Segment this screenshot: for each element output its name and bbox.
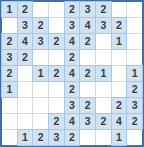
cell-r2c9[interactable] — [127, 18, 142, 33]
cell-r2c3[interactable]: 2 — [33, 18, 48, 33]
cell-r7c7[interactable] — [96, 98, 111, 113]
cell-r8c3[interactable] — [33, 114, 48, 129]
cell-r4c4[interactable] — [49, 50, 64, 65]
cell-r3c1[interactable]: 2 — [2, 34, 17, 49]
cell-r9c1[interactable] — [2, 130, 17, 145]
cell-r9c8[interactable]: 1 — [112, 130, 127, 145]
cell-r3c5[interactable]: 4 — [65, 34, 80, 49]
cell-r5c5[interactable]: 4 — [65, 66, 80, 81]
cell-r5c9[interactable]: 1 — [127, 66, 142, 81]
cell-r6c7[interactable] — [96, 82, 111, 97]
cell-r7c2[interactable] — [18, 98, 33, 113]
cell-r3c6[interactable]: 2 — [80, 34, 95, 49]
cell-r5c8[interactable] — [112, 66, 127, 81]
cell-r1c1[interactable]: 1 — [2, 2, 17, 17]
cell-r8c2[interactable] — [18, 114, 33, 129]
cell-r3c4[interactable]: 2 — [49, 34, 64, 49]
cell-r2c7[interactable]: 3 — [96, 18, 111, 33]
cell-r8c9[interactable]: 2 — [127, 114, 142, 129]
cell-r4c2[interactable]: 2 — [18, 50, 33, 65]
cell-r4c9[interactable] — [127, 50, 142, 65]
cell-r4c7[interactable] — [96, 50, 111, 65]
cell-r4c6[interactable] — [80, 50, 95, 65]
cell-r3c2[interactable]: 4 — [18, 34, 33, 49]
cell-r8c6[interactable]: 3 — [80, 114, 95, 129]
cell-r7c1[interactable] — [2, 98, 17, 113]
cell-r4c3[interactable] — [33, 50, 48, 65]
cell-r9c7[interactable] — [96, 130, 111, 145]
cell-r2c8[interactable]: 2 — [112, 18, 127, 33]
cell-r6c4[interactable] — [49, 82, 64, 97]
cell-r1c7[interactable]: 2 — [96, 2, 111, 17]
cell-r9c2[interactable]: 1 — [18, 130, 33, 145]
cell-r7c9[interactable]: 3 — [127, 98, 142, 113]
cell-r5c2[interactable] — [18, 66, 33, 81]
cell-r1c3[interactable] — [33, 2, 48, 17]
cell-r9c4[interactable]: 3 — [49, 130, 64, 145]
cell-r1c9[interactable] — [127, 2, 142, 17]
cell-r2c2[interactable]: 3 — [18, 18, 33, 33]
cell-r1c2[interactable]: 2 — [18, 2, 33, 17]
cell-r4c8[interactable] — [112, 50, 127, 65]
cell-r1c4[interactable] — [49, 2, 64, 17]
cell-r9c9[interactable] — [127, 130, 142, 145]
puzzle-board: 1223232343224324213222124211122322324324… — [0, 0, 144, 147]
cell-r8c4[interactable]: 2 — [49, 114, 64, 129]
cell-r5c7[interactable]: 1 — [96, 66, 111, 81]
cell-r7c8[interactable]: 2 — [112, 98, 127, 113]
cell-r9c5[interactable]: 2 — [65, 130, 80, 145]
cell-r2c6[interactable]: 4 — [80, 18, 95, 33]
cell-r5c6[interactable]: 2 — [80, 66, 95, 81]
cell-r2c5[interactable]: 3 — [65, 18, 80, 33]
cell-r7c5[interactable]: 3 — [65, 98, 80, 113]
cell-r4c1[interactable]: 3 — [2, 50, 17, 65]
cell-r3c3[interactable]: 3 — [33, 34, 48, 49]
cell-r6c2[interactable] — [18, 82, 33, 97]
cell-r6c5[interactable]: 2 — [65, 82, 80, 97]
cell-r7c3[interactable] — [33, 98, 48, 113]
cell-r9c3[interactable]: 2 — [33, 130, 48, 145]
cell-r6c6[interactable] — [80, 82, 95, 97]
cell-r1c8[interactable] — [112, 2, 127, 17]
cell-r8c8[interactable]: 4 — [112, 114, 127, 129]
cell-r7c4[interactable] — [49, 98, 64, 113]
cell-r6c9[interactable]: 2 — [127, 82, 142, 97]
cell-r8c5[interactable]: 4 — [65, 114, 80, 129]
cell-r3c8[interactable]: 1 — [112, 34, 127, 49]
cell-r1c6[interactable]: 3 — [80, 2, 95, 17]
cell-r8c1[interactable] — [2, 114, 17, 129]
cell-r6c1[interactable]: 1 — [2, 82, 17, 97]
cell-r5c3[interactable]: 1 — [33, 66, 48, 81]
cell-r3c7[interactable] — [96, 34, 111, 49]
cell-r6c8[interactable] — [112, 82, 127, 97]
cell-r6c3[interactable] — [33, 82, 48, 97]
cell-r2c1[interactable] — [2, 18, 17, 33]
cell-r2c4[interactable] — [49, 18, 64, 33]
cell-r5c1[interactable]: 2 — [2, 66, 17, 81]
cell-r9c6[interactable] — [80, 130, 95, 145]
cell-r3c9[interactable] — [127, 34, 142, 49]
cell-r4c5[interactable]: 2 — [65, 50, 80, 65]
cell-r1c5[interactable]: 2 — [65, 2, 80, 17]
cell-r5c4[interactable]: 2 — [49, 66, 64, 81]
cell-r8c7[interactable]: 2 — [96, 114, 111, 129]
cell-r7c6[interactable]: 2 — [80, 98, 95, 113]
